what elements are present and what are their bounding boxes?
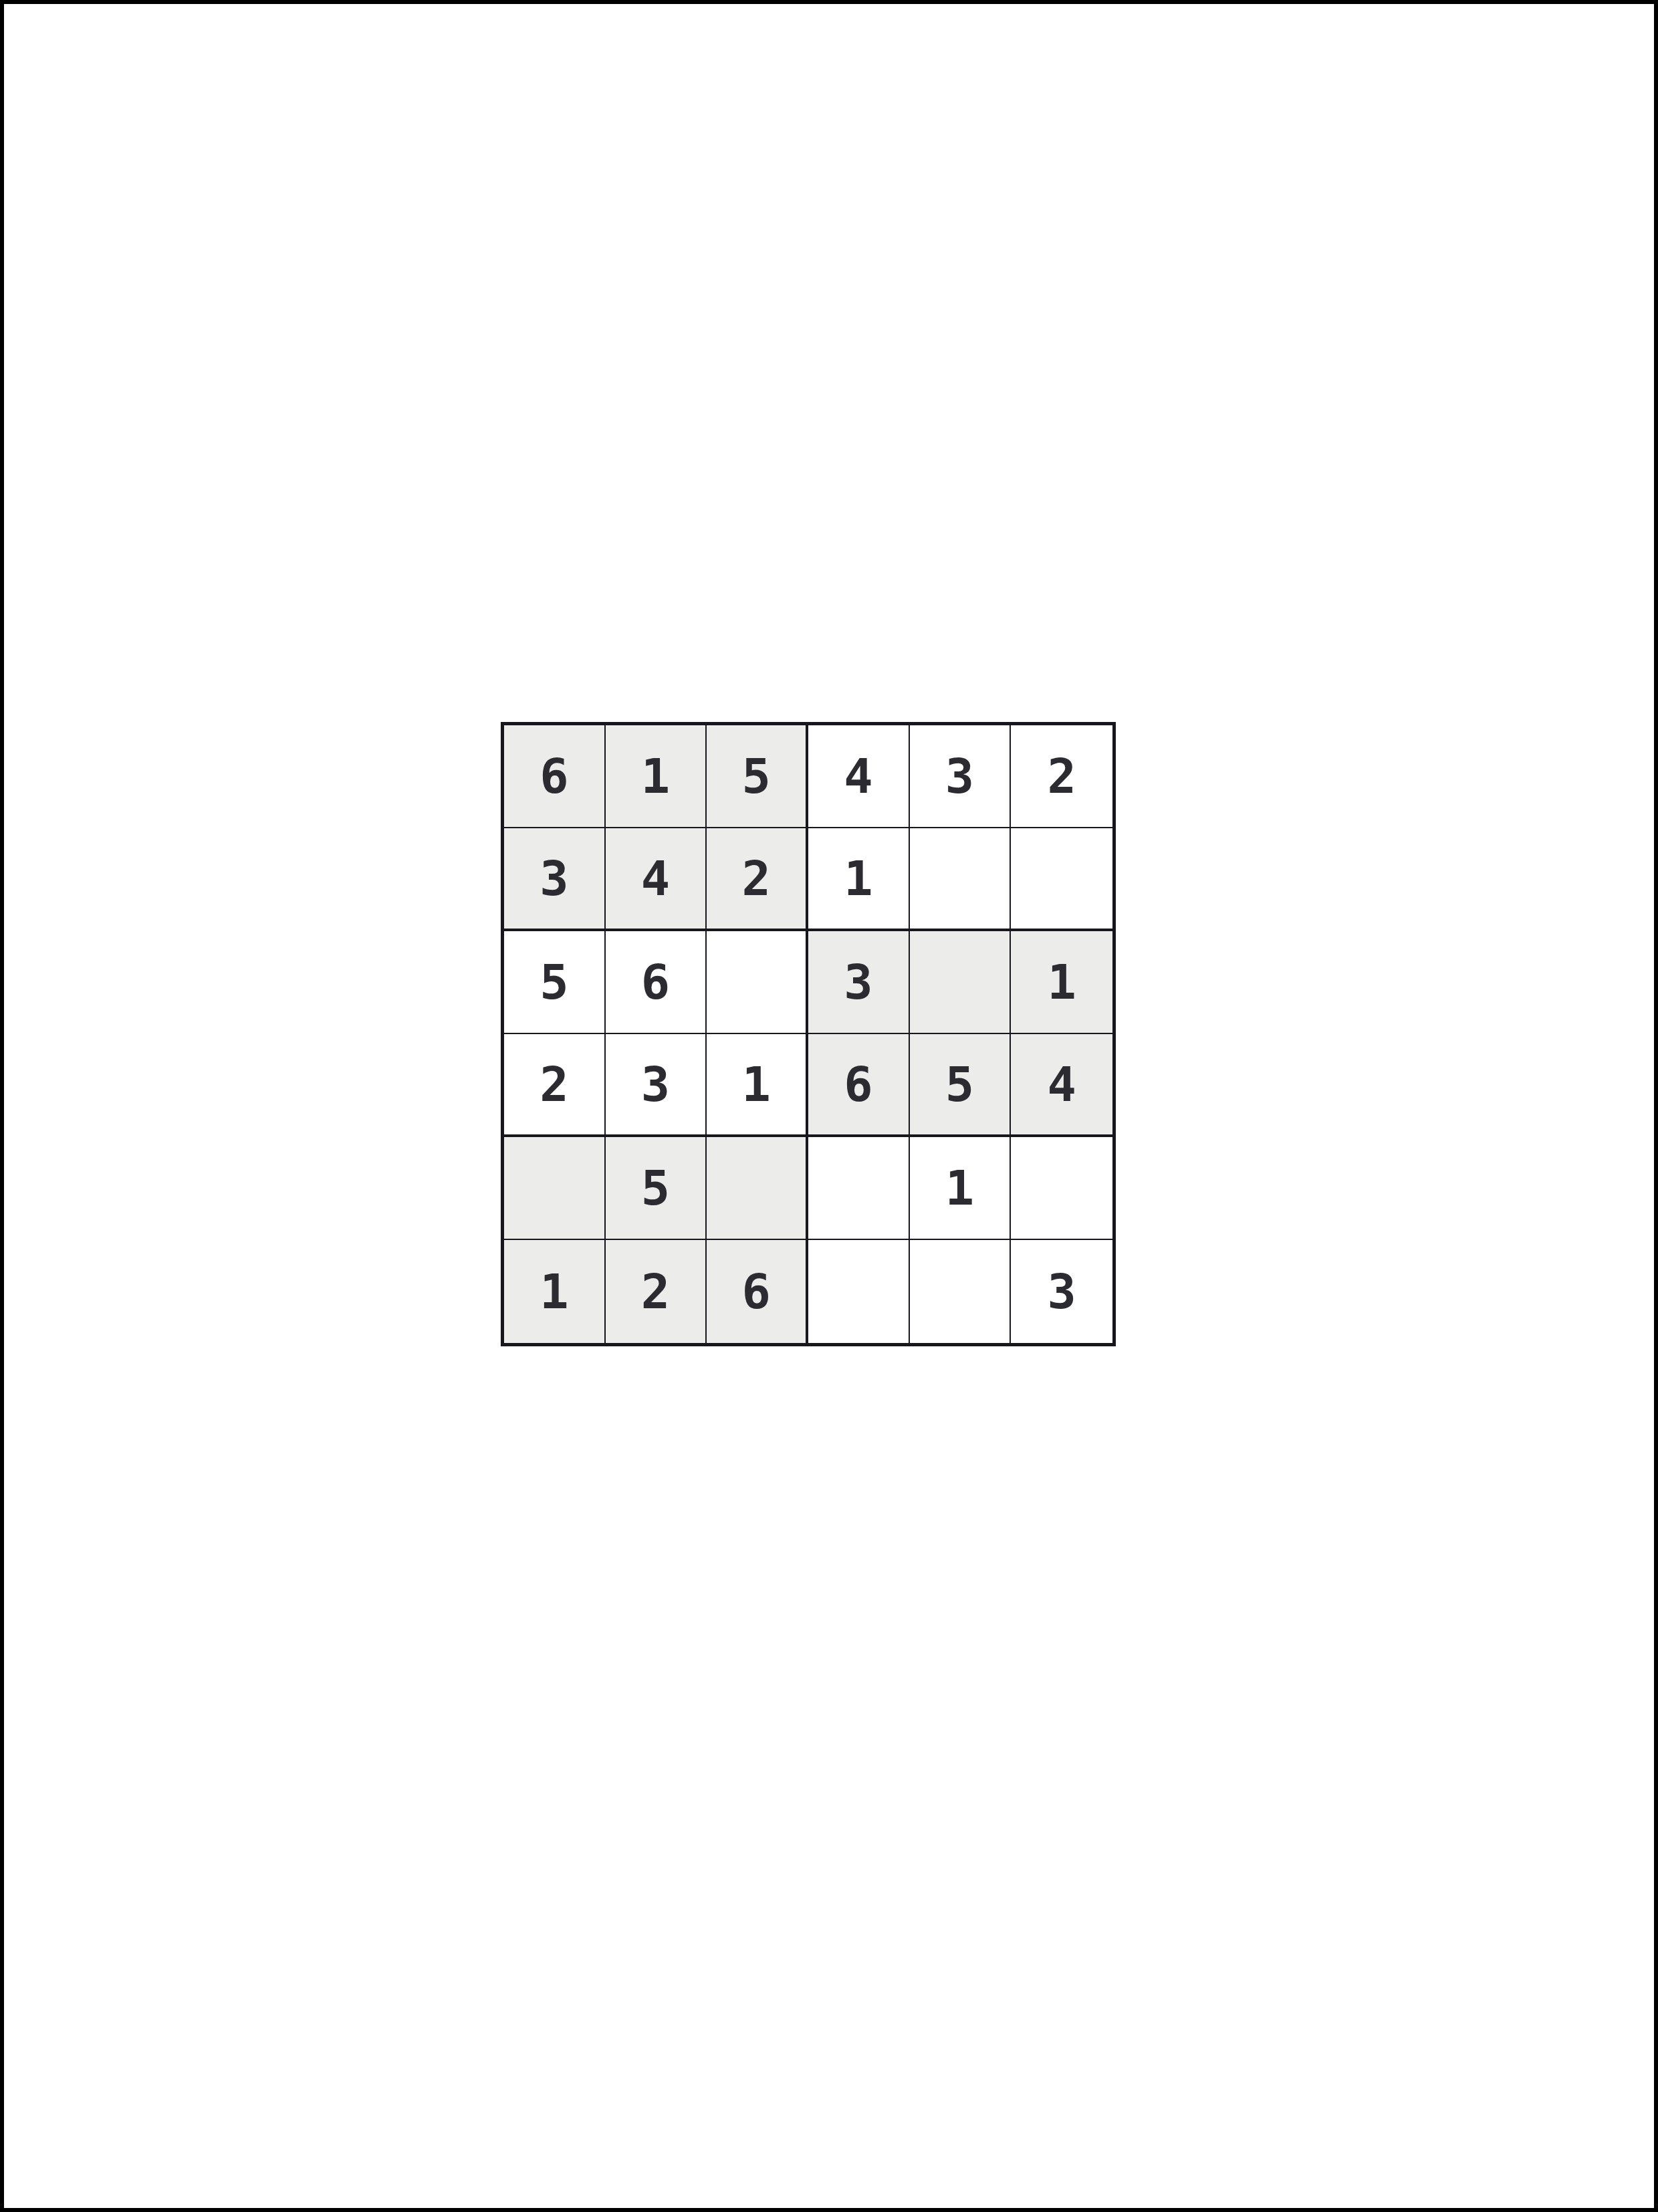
cell-r1c2[interactable]: 1 xyxy=(606,725,707,828)
cell-r6c4[interactable] xyxy=(808,1240,910,1343)
cell-r3c2[interactable]: 6 xyxy=(606,931,707,1034)
cell-r3c5[interactable] xyxy=(910,931,1012,1034)
cell-r2c5[interactable] xyxy=(910,828,1012,931)
cell-r6c3[interactable]: 6 xyxy=(707,1240,808,1343)
page-border: 61543234215631231654511263 xyxy=(0,0,1658,2212)
cell-r4c4[interactable]: 6 xyxy=(808,1034,910,1137)
cell-r1c6[interactable]: 2 xyxy=(1011,725,1112,828)
cell-r5c2[interactable]: 5 xyxy=(606,1137,707,1240)
cell-r2c1[interactable]: 3 xyxy=(504,828,606,931)
cell-r1c1[interactable]: 6 xyxy=(504,725,606,828)
cell-r4c5[interactable]: 5 xyxy=(910,1034,1012,1137)
cell-r1c3[interactable]: 5 xyxy=(707,725,808,828)
cell-r5c3[interactable] xyxy=(707,1137,808,1240)
cell-r3c3[interactable] xyxy=(707,931,808,1034)
cell-r1c5[interactable]: 3 xyxy=(910,725,1012,828)
sudoku-grid: 61543234215631231654511263 xyxy=(501,722,1116,1346)
cell-r3c6[interactable]: 1 xyxy=(1011,931,1112,1034)
cell-r6c6[interactable]: 3 xyxy=(1011,1240,1112,1343)
cell-r5c5[interactable]: 1 xyxy=(910,1137,1012,1240)
cell-r2c6[interactable] xyxy=(1011,828,1112,931)
cell-r4c6[interactable]: 4 xyxy=(1011,1034,1112,1137)
cell-r2c4[interactable]: 1 xyxy=(808,828,910,931)
cell-r6c2[interactable]: 2 xyxy=(606,1240,707,1343)
cell-r1c4[interactable]: 4 xyxy=(808,725,910,828)
cell-r4c2[interactable]: 3 xyxy=(606,1034,707,1137)
cell-r5c1[interactable] xyxy=(504,1137,606,1240)
cell-r5c4[interactable] xyxy=(808,1137,910,1240)
cell-r3c1[interactable]: 5 xyxy=(504,931,606,1034)
cell-r4c1[interactable]: 2 xyxy=(504,1034,606,1137)
cell-r3c4[interactable]: 3 xyxy=(808,931,910,1034)
cell-r6c1[interactable]: 1 xyxy=(504,1240,606,1343)
cell-r4c3[interactable]: 1 xyxy=(707,1034,808,1137)
cell-r2c2[interactable]: 4 xyxy=(606,828,707,931)
cell-r2c3[interactable]: 2 xyxy=(707,828,808,931)
cell-r5c6[interactable] xyxy=(1011,1137,1112,1240)
cell-r6c5[interactable] xyxy=(910,1240,1012,1343)
